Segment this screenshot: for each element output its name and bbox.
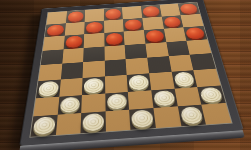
white-checker[interactable] <box>38 81 59 97</box>
square-c4[interactable] <box>83 61 105 78</box>
red-checker[interactable] <box>67 11 83 22</box>
square-a4[interactable] <box>38 64 62 81</box>
white-checker[interactable] <box>33 117 56 135</box>
square-e2[interactable] <box>128 90 153 110</box>
white-checker[interactable] <box>107 93 127 110</box>
red-checker[interactable] <box>142 6 159 17</box>
square-c1[interactable] <box>81 111 106 133</box>
white-checker[interactable] <box>199 87 223 103</box>
square-d3[interactable] <box>105 75 128 93</box>
square-d4[interactable] <box>105 59 127 76</box>
square-f1[interactable] <box>153 106 181 127</box>
square-b4[interactable] <box>61 62 84 79</box>
white-checker[interactable] <box>131 110 153 128</box>
white-checker[interactable] <box>180 106 204 124</box>
square-h4[interactable] <box>190 53 216 70</box>
square-h2[interactable] <box>197 85 225 105</box>
square-a1[interactable] <box>30 115 57 137</box>
square-c2[interactable] <box>81 93 105 113</box>
red-checker[interactable] <box>163 16 182 28</box>
red-checker[interactable] <box>86 22 103 34</box>
square-d5[interactable] <box>104 45 126 61</box>
square-e1[interactable] <box>129 108 155 129</box>
white-checker[interactable] <box>153 90 175 107</box>
white-checker[interactable] <box>59 96 80 113</box>
square-h1[interactable] <box>201 103 231 124</box>
square-b5[interactable] <box>62 48 84 64</box>
square-d2[interactable] <box>105 92 129 112</box>
red-checker[interactable] <box>185 27 205 39</box>
square-e4[interactable] <box>126 58 149 75</box>
checkers-board <box>19 0 243 146</box>
square-h3[interactable] <box>193 69 220 87</box>
red-checker[interactable] <box>65 36 83 49</box>
red-checker[interactable] <box>180 3 198 14</box>
red-checker[interactable] <box>146 30 165 42</box>
white-checker[interactable] <box>173 72 195 87</box>
white-checker[interactable] <box>129 75 149 90</box>
square-a3[interactable] <box>36 79 61 98</box>
square-a2[interactable] <box>33 96 59 116</box>
square-b3[interactable] <box>59 78 83 97</box>
white-checker[interactable] <box>84 78 103 93</box>
board-frame <box>19 0 243 146</box>
square-a5[interactable] <box>41 49 64 65</box>
board-grid <box>29 2 232 138</box>
square-e3[interactable] <box>127 73 151 91</box>
red-checker[interactable] <box>125 19 142 31</box>
square-f5[interactable] <box>145 42 168 58</box>
square-c5[interactable] <box>83 46 104 62</box>
checkers-game-scene <box>0 0 251 150</box>
red-checker[interactable] <box>106 33 123 45</box>
square-e5[interactable] <box>125 44 147 60</box>
square-h5[interactable] <box>187 39 212 55</box>
white-checker[interactable] <box>83 113 104 131</box>
square-f3[interactable] <box>149 72 174 90</box>
red-checker[interactable] <box>46 24 64 36</box>
square-d1[interactable] <box>105 110 130 132</box>
red-checker[interactable] <box>105 8 121 19</box>
square-b2[interactable] <box>57 95 82 115</box>
square-f4[interactable] <box>147 56 171 73</box>
square-c3[interactable] <box>82 76 105 94</box>
square-f2[interactable] <box>151 88 177 108</box>
square-b1[interactable] <box>56 113 82 135</box>
